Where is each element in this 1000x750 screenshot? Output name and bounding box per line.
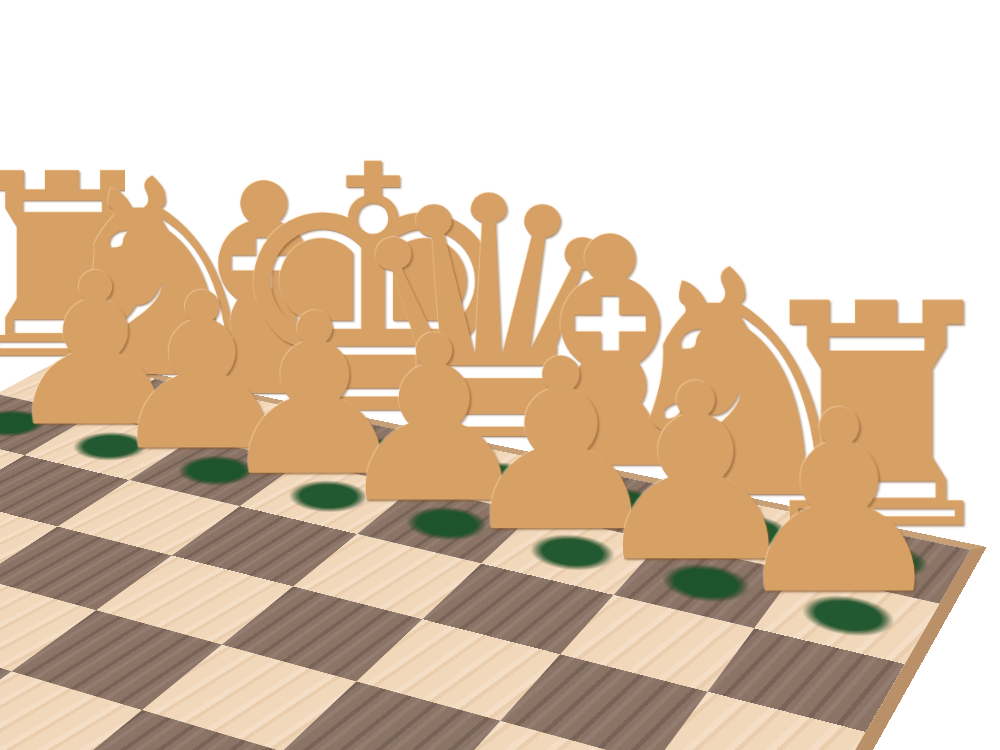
scene: ♜♞♝♚♛♝♞♜♟♟♟♟♟♟♟♟: [0, 0, 1000, 750]
chess-board: ♜♞♝♚♛♝♞♜♟♟♟♟♟♟♟♟: [0, 356, 987, 750]
piece-white-pawn[interactable]: ♟: [727, 377, 953, 629]
product-photo: ♜♞♝♚♛♝♞♜♟♟♟♟♟♟♟♟: [0, 0, 1000, 750]
